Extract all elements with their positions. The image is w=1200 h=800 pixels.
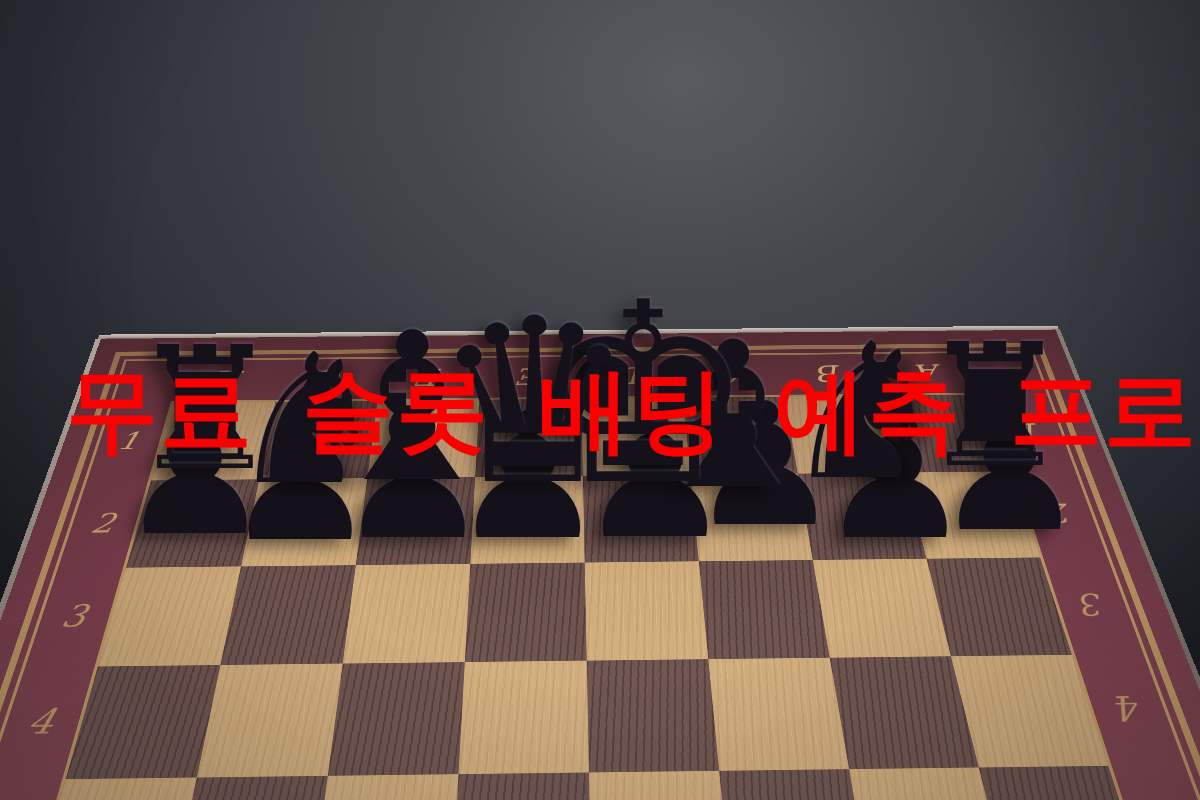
- square-h4: [66, 665, 221, 779]
- square-g2: [241, 478, 367, 566]
- square-f3: [343, 564, 471, 664]
- square-d5: [589, 771, 732, 800]
- square-c4: [708, 658, 849, 771]
- rank-label-left-4: 4: [23, 701, 60, 742]
- square-d2: [583, 475, 699, 563]
- square-c2: [690, 474, 812, 562]
- rank-label-right-2: 2: [1045, 497, 1077, 528]
- rank-label-right-3: 3: [1076, 587, 1111, 622]
- square-d4: [587, 659, 719, 772]
- square-h3: [98, 566, 241, 666]
- square-e5: [451, 772, 591, 800]
- rank-label-right-4: 4: [1110, 688, 1148, 728]
- square-f4: [328, 662, 465, 776]
- square-f2: [356, 477, 475, 565]
- rank-label-left-2: 2: [87, 508, 119, 540]
- square-c5: [719, 769, 871, 800]
- square-g3: [220, 565, 355, 665]
- square-h2: [126, 479, 259, 567]
- square-e3: [465, 563, 587, 663]
- square-d3: [585, 561, 709, 660]
- square-c3: [699, 560, 830, 659]
- square-h5: [29, 778, 197, 800]
- square-e2: [470, 476, 584, 564]
- overlay-caption: 무료 슬롯 배팅 예측 프로그램: [66, 364, 1200, 456]
- square-a4: [951, 655, 1108, 768]
- square-a3: [927, 557, 1072, 656]
- square-e4: [459, 661, 589, 775]
- square-b2: [798, 472, 927, 560]
- square-g4: [197, 664, 343, 778]
- square-f5: [311, 774, 459, 800]
- photo-background: HGFEDCBA1122334455667788 ♟♟♟♟♟♟♟♟♜♞♝♚♛♝♞…: [0, 0, 1200, 800]
- rank-label-left-3: 3: [57, 598, 91, 634]
- square-a2: [905, 471, 1040, 558]
- board-edge-highlight: [98, 326, 1059, 340]
- square-a5: [979, 766, 1150, 800]
